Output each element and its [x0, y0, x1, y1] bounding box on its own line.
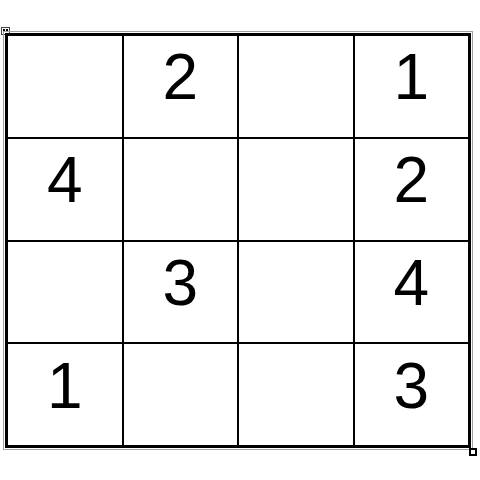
- cell-r2c2[interactable]: [124, 139, 238, 240]
- cell-r3c2[interactable]: 3: [124, 242, 238, 343]
- cell-r1c2[interactable]: 2: [124, 36, 238, 137]
- cell-r3c3[interactable]: [239, 242, 353, 343]
- cell-r2c3[interactable]: [239, 139, 353, 240]
- cell-r2c1[interactable]: 4: [8, 139, 122, 240]
- sudoku-4x4-board: 2 1 4 2 3 4 1 3: [5, 33, 471, 448]
- cell-r4c1[interactable]: 1: [8, 344, 122, 445]
- cell-r4c3[interactable]: [239, 344, 353, 445]
- cell-r1c1[interactable]: [8, 36, 122, 137]
- cell-r1c3[interactable]: [239, 36, 353, 137]
- cell-r4c2[interactable]: [124, 344, 238, 445]
- document-canvas: 2 1 4 2 3 4 1 3: [0, 0, 480, 480]
- cell-r2c4[interactable]: 2: [355, 139, 469, 240]
- cell-r1c4[interactable]: 1: [355, 36, 469, 137]
- cell-r3c1[interactable]: [8, 242, 122, 343]
- anchor-dot: [6, 29, 8, 31]
- resize-handle[interactable]: [469, 448, 477, 456]
- cell-r3c4[interactable]: 4: [355, 242, 469, 343]
- cell-r4c4[interactable]: 3: [355, 344, 469, 445]
- anchor-dot: [3, 29, 5, 31]
